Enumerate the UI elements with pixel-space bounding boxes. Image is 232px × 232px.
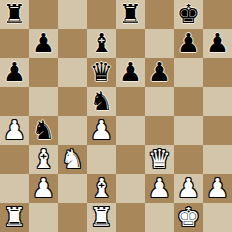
piece-white-queen: ♛ bbox=[148, 145, 171, 174]
square-d2[interactable]: ♝ bbox=[87, 174, 116, 203]
square-g3[interactable] bbox=[174, 145, 203, 174]
piece-white-pawn: ♟ bbox=[148, 174, 171, 203]
piece-black-pawn: ♟ bbox=[32, 29, 55, 58]
piece-white-pawn: ♟ bbox=[206, 174, 229, 203]
square-d4[interactable]: ♟ bbox=[87, 116, 116, 145]
square-c6[interactable] bbox=[58, 58, 87, 87]
square-f1[interactable] bbox=[145, 203, 174, 232]
square-d1[interactable]: ♜ bbox=[87, 203, 116, 232]
piece-white-pawn: ♟ bbox=[177, 174, 200, 203]
piece-white-pawn: ♟ bbox=[32, 174, 55, 203]
square-h2[interactable]: ♟ bbox=[203, 174, 232, 203]
piece-black-pawn: ♟ bbox=[206, 29, 229, 58]
square-e3[interactable] bbox=[116, 145, 145, 174]
square-h5[interactable] bbox=[203, 87, 232, 116]
square-h1[interactable] bbox=[203, 203, 232, 232]
piece-black-knight: ♞ bbox=[90, 87, 113, 116]
square-e7[interactable] bbox=[116, 29, 145, 58]
square-a6[interactable]: ♟ bbox=[0, 58, 29, 87]
piece-black-pawn: ♟ bbox=[148, 58, 171, 87]
square-d8[interactable] bbox=[87, 0, 116, 29]
square-g2[interactable]: ♟ bbox=[174, 174, 203, 203]
piece-black-pawn: ♟ bbox=[119, 58, 142, 87]
square-e6[interactable]: ♟ bbox=[116, 58, 145, 87]
square-h6[interactable] bbox=[203, 58, 232, 87]
square-a4[interactable]: ♟ bbox=[0, 116, 29, 145]
square-b3[interactable]: ♝ bbox=[29, 145, 58, 174]
square-e1[interactable] bbox=[116, 203, 145, 232]
square-b2[interactable]: ♟ bbox=[29, 174, 58, 203]
square-c8[interactable] bbox=[58, 0, 87, 29]
piece-black-pawn: ♟ bbox=[3, 58, 26, 87]
square-e2[interactable] bbox=[116, 174, 145, 203]
square-a7[interactable] bbox=[0, 29, 29, 58]
square-a8[interactable]: ♜ bbox=[0, 0, 29, 29]
square-g4[interactable] bbox=[174, 116, 203, 145]
piece-black-knight: ♞ bbox=[32, 116, 55, 145]
piece-white-bishop: ♝ bbox=[90, 174, 113, 203]
square-g1[interactable]: ♚ bbox=[174, 203, 203, 232]
square-f4[interactable] bbox=[145, 116, 174, 145]
piece-white-knight: ♞ bbox=[61, 145, 84, 174]
square-e4[interactable] bbox=[116, 116, 145, 145]
square-c3[interactable]: ♞ bbox=[58, 145, 87, 174]
square-f2[interactable]: ♟ bbox=[145, 174, 174, 203]
square-f6[interactable]: ♟ bbox=[145, 58, 174, 87]
square-f5[interactable] bbox=[145, 87, 174, 116]
square-c7[interactable] bbox=[58, 29, 87, 58]
square-f8[interactable] bbox=[145, 0, 174, 29]
square-c4[interactable] bbox=[58, 116, 87, 145]
square-f3[interactable]: ♛ bbox=[145, 145, 174, 174]
square-a3[interactable] bbox=[0, 145, 29, 174]
square-d6[interactable]: ♛ bbox=[87, 58, 116, 87]
square-e5[interactable] bbox=[116, 87, 145, 116]
piece-white-pawn: ♟ bbox=[3, 116, 26, 145]
square-c1[interactable] bbox=[58, 203, 87, 232]
square-h8[interactable] bbox=[203, 0, 232, 29]
square-g6[interactable] bbox=[174, 58, 203, 87]
square-b1[interactable] bbox=[29, 203, 58, 232]
piece-black-pawn: ♟ bbox=[177, 29, 200, 58]
square-f7[interactable] bbox=[145, 29, 174, 58]
square-h4[interactable] bbox=[203, 116, 232, 145]
square-c2[interactable] bbox=[58, 174, 87, 203]
square-a2[interactable] bbox=[0, 174, 29, 203]
square-g7[interactable]: ♟ bbox=[174, 29, 203, 58]
square-b6[interactable] bbox=[29, 58, 58, 87]
piece-white-rook: ♜ bbox=[90, 203, 113, 232]
piece-white-rook: ♜ bbox=[3, 203, 26, 232]
square-b4[interactable]: ♞ bbox=[29, 116, 58, 145]
square-d5[interactable]: ♞ bbox=[87, 87, 116, 116]
piece-white-bishop: ♝ bbox=[32, 145, 55, 174]
square-h3[interactable] bbox=[203, 145, 232, 174]
square-b5[interactable] bbox=[29, 87, 58, 116]
piece-black-bishop: ♝ bbox=[90, 29, 113, 58]
square-b7[interactable]: ♟ bbox=[29, 29, 58, 58]
square-a5[interactable] bbox=[0, 87, 29, 116]
square-d7[interactable]: ♝ bbox=[87, 29, 116, 58]
chess-board: ♜♜♚♟♝♟♟♟♛♟♟♞♟♞♟♝♞♛♟♝♟♟♟♜♜♚ bbox=[0, 0, 232, 232]
piece-black-rook: ♜ bbox=[119, 0, 142, 29]
piece-white-pawn: ♟ bbox=[90, 116, 113, 145]
square-h7[interactable]: ♟ bbox=[203, 29, 232, 58]
square-b8[interactable] bbox=[29, 0, 58, 29]
square-g5[interactable] bbox=[174, 87, 203, 116]
piece-white-king: ♚ bbox=[177, 203, 200, 232]
piece-black-queen: ♛ bbox=[90, 58, 113, 87]
piece-black-king: ♚ bbox=[177, 0, 200, 29]
square-a1[interactable]: ♜ bbox=[0, 203, 29, 232]
square-c5[interactable] bbox=[58, 87, 87, 116]
piece-black-rook: ♜ bbox=[3, 0, 26, 29]
square-g8[interactable]: ♚ bbox=[174, 0, 203, 29]
square-d3[interactable] bbox=[87, 145, 116, 174]
square-e8[interactable]: ♜ bbox=[116, 0, 145, 29]
